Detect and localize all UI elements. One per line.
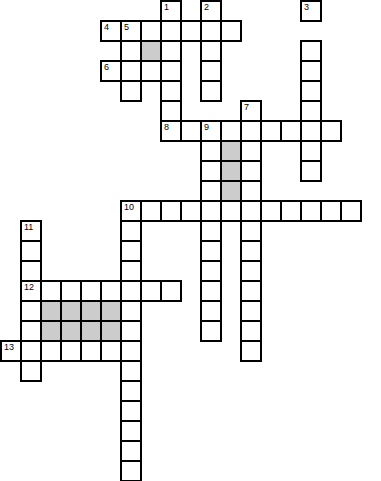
crossword-cell[interactable] [200,40,222,62]
crossword-cell[interactable] [200,80,222,102]
crossword-cell[interactable] [80,280,102,302]
crossword-cell[interactable] [120,260,142,282]
crossword-cell[interactable] [100,280,122,302]
crossword-cell-shaded[interactable] [40,320,62,342]
crossword-cell[interactable] [120,220,142,242]
crossword-cell[interactable] [60,340,82,362]
clue-number: 13 [4,343,14,352]
crossword-cell[interactable] [120,440,142,462]
crossword-cell[interactable] [120,300,142,322]
crossword-cell[interactable] [200,220,222,242]
clue-number: 2 [204,3,209,12]
clue-number: 7 [244,103,249,112]
crossword-cell[interactable] [120,400,142,422]
crossword-cell[interactable] [20,320,42,342]
crossword-cell[interactable] [220,120,242,142]
crossword-cell-shaded[interactable] [80,320,102,342]
crossword-cell[interactable] [140,60,162,82]
crossword-cell[interactable] [300,100,322,122]
crossword-cell[interactable] [240,280,262,302]
crossword-cell[interactable] [160,280,182,302]
crossword-cell[interactable] [180,120,202,142]
crossword-cell[interactable] [300,80,322,102]
crossword-cell[interactable] [320,200,342,222]
crossword-cell[interactable] [200,320,222,342]
crossword-cell[interactable] [220,20,242,42]
crossword-cell[interactable] [120,420,142,442]
crossword-cell[interactable]: 9 [200,120,222,142]
crossword-cell[interactable] [60,280,82,302]
clue-number: 8 [164,123,169,132]
crossword-cell[interactable] [200,180,222,202]
crossword-cell[interactable] [240,120,262,142]
crossword-cell[interactable] [200,300,222,322]
crossword-cell-shaded[interactable] [220,160,242,182]
clue-number: 9 [204,123,209,132]
crossword-cell[interactable] [200,140,222,162]
crossword-cell[interactable] [200,240,222,262]
crossword-cell[interactable] [300,140,322,162]
crossword-cell[interactable]: 11 [20,220,42,242]
crossword-cell[interactable] [40,280,62,302]
crossword-cell-shaded[interactable] [100,300,122,322]
crossword-cell-shaded[interactable] [220,140,242,162]
crossword-cell[interactable] [260,120,282,142]
crossword-cell[interactable] [200,160,222,182]
crossword-cell[interactable] [160,100,182,122]
crossword-cell[interactable] [180,200,202,222]
crossword-cell[interactable] [240,340,262,362]
clue-number: 10 [124,203,134,212]
crossword-cell[interactable] [120,360,142,382]
clue-number: 12 [24,283,34,292]
crossword-cell-shaded[interactable] [140,40,162,62]
crossword-cell[interactable] [160,40,182,62]
crossword-cell[interactable] [20,260,42,282]
crossword-cell[interactable] [120,40,142,62]
crossword-cell[interactable] [240,300,262,322]
clue-number: 4 [104,23,109,32]
crossword-cell[interactable] [140,20,162,42]
crossword-cell[interactable] [200,280,222,302]
crossword-cell-shaded[interactable] [80,300,102,322]
crossword-cell[interactable] [300,120,322,142]
crossword-cell-shaded[interactable] [60,320,82,342]
crossword-cell[interactable]: 12 [20,280,42,302]
crossword-cell[interactable] [240,180,262,202]
clue-number: 11 [24,223,33,232]
clue-number: 6 [104,63,109,72]
crossword-cell-shaded[interactable] [60,300,82,322]
crossword-cell[interactable] [240,220,262,242]
crossword-cell[interactable] [200,60,222,82]
crossword-cell[interactable] [120,340,142,362]
crossword-cell[interactable]: 5 [120,20,142,42]
crossword-cell[interactable] [20,300,42,322]
crossword-cell[interactable] [240,200,262,222]
crossword-cell[interactable]: 10 [120,200,142,222]
crossword-cell[interactable] [140,280,162,302]
crossword-cell[interactable] [300,40,322,62]
crossword-cell[interactable] [240,320,262,342]
crossword-cell[interactable] [20,340,42,362]
crossword-cell[interactable] [260,200,282,222]
crossword-board: 12345678910111213 [0,0,381,481]
crossword-cell[interactable] [100,340,122,362]
crossword-cell[interactable] [120,380,142,402]
crossword-cell[interactable] [240,140,262,162]
crossword-cell[interactable] [200,200,222,222]
crossword-cell[interactable] [120,240,142,262]
crossword-cell[interactable]: 8 [160,120,182,142]
crossword-cell[interactable] [340,200,362,222]
crossword-cell[interactable] [120,280,142,302]
crossword-cell[interactable] [280,120,302,142]
crossword-cell[interactable] [80,340,102,362]
crossword-cell[interactable] [240,240,262,262]
crossword-cell[interactable] [220,200,242,222]
crossword-cell-shaded[interactable] [220,180,242,202]
crossword-cell[interactable] [320,120,342,142]
crossword-cell[interactable] [160,60,182,82]
crossword-cell[interactable] [200,260,222,282]
crossword-cell[interactable] [240,160,262,182]
crossword-cell[interactable] [160,200,182,222]
crossword-cell[interactable] [20,360,42,382]
crossword-cell[interactable]: 6 [100,60,122,82]
crossword-cell[interactable] [300,200,322,222]
crossword-cell-shaded[interactable] [40,300,62,322]
crossword-cell[interactable] [120,80,142,102]
crossword-cell[interactable] [120,60,142,82]
crossword-cell[interactable] [300,60,322,82]
clue-number: 1 [164,3,169,12]
clue-number: 5 [124,23,129,32]
crossword-cell[interactable]: 2 [200,0,222,22]
crossword-cell[interactable] [140,200,162,222]
clue-number: 3 [304,3,309,12]
crossword-cell[interactable]: 7 [240,100,262,122]
crossword-cell[interactable] [40,340,62,362]
crossword-cell[interactable] [160,80,182,102]
crossword-cell[interactable] [20,240,42,262]
crossword-cell[interactable] [240,260,262,282]
crossword-cell[interactable]: 13 [0,340,22,362]
crossword-cell[interactable] [160,20,182,42]
crossword-cell[interactable]: 4 [100,20,122,42]
crossword-cell[interactable] [120,460,142,481]
crossword-cell[interactable] [200,20,222,42]
crossword-cell[interactable]: 1 [160,0,182,22]
crossword-cell-shaded[interactable] [100,320,122,342]
crossword-cell[interactable] [280,200,302,222]
crossword-cell[interactable] [180,20,202,42]
crossword-cell[interactable] [120,320,142,342]
crossword-cell[interactable] [300,160,322,182]
crossword-cell[interactable]: 3 [300,0,322,22]
